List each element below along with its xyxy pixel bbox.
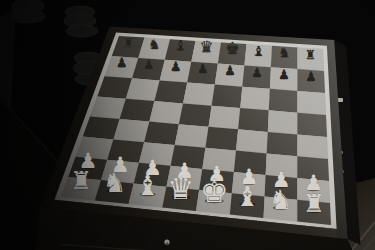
- chess-table-photo: ♜♞♝♛♚♝♞♜♟︎♟︎♟︎♟︎♟︎♟︎♟︎♟︎♟︎♟︎♟︎♟︎♟︎♟︎♟︎♟︎…: [0, 0, 375, 250]
- lighting-overlay: [0, 0, 375, 250]
- vignette: [0, 0, 375, 250]
- chess-scene: ♜♞♝♛♚♝♞♜♟︎♟︎♟︎♟︎♟︎♟︎♟︎♟︎♟︎♟︎♟︎♟︎♟︎♟︎♟︎♟︎…: [0, 0, 375, 250]
